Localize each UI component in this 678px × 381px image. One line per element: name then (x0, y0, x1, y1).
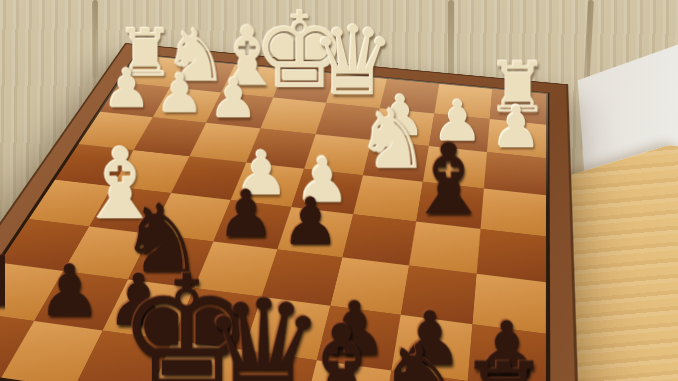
square-a7: ♟ (468, 324, 546, 381)
chess-photo-scene: ♜♞♝♚♛♜♟♟♟♟♟♟♞♟♟♝♝♟♟♞♟♟♟♟♟♟♜♚♛♝♞♜ (0, 0, 678, 381)
square-c6 (330, 257, 409, 314)
square-b4: ♝ (416, 182, 484, 229)
square-c3: ♞ (363, 140, 429, 182)
square-e1: ♚ (273, 69, 335, 103)
door-panel-gap (92, 0, 98, 78)
square-d5: ♟ (277, 207, 353, 257)
square-c7: ♟ (317, 306, 401, 371)
square-b2: ♟ (429, 114, 490, 153)
square-d6 (262, 249, 343, 305)
square-d1: ♛ (326, 74, 387, 108)
square-a1: ♜ (490, 89, 546, 125)
square-b7: ♟ (391, 315, 472, 381)
